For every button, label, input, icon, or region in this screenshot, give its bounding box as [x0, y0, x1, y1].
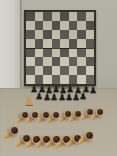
board-square: [60, 57, 69, 66]
wall-left-strip: [0, 0, 20, 89]
board-square: [77, 30, 86, 39]
board-square: [77, 21, 86, 30]
board-square: [77, 75, 86, 84]
board-square: [52, 39, 61, 48]
board-square: [52, 66, 61, 75]
wood-piece-felt-base: [52, 111, 60, 119]
board-square: [26, 12, 35, 21]
wood-piece-felt-base: [64, 110, 72, 118]
wall-corner-line: [20, 0, 22, 89]
board-square: [86, 12, 95, 21]
board-square: [35, 66, 44, 75]
board-square: [35, 48, 44, 57]
board-square: [26, 66, 35, 75]
board-square: [69, 21, 78, 30]
board-square: [86, 30, 95, 39]
wood-piece-felt-base: [96, 108, 104, 116]
black-chess-piece: ♟: [79, 92, 87, 101]
board-square: [77, 12, 86, 21]
board-square: [60, 75, 69, 84]
board-square: [52, 12, 61, 21]
board-square: [77, 66, 86, 75]
board-square: [43, 75, 52, 84]
wood-piece-felt-base: [31, 111, 39, 119]
board-square: [35, 57, 44, 66]
board-square: [52, 48, 61, 57]
board-square: [35, 39, 44, 48]
wood-piece-felt-base: [21, 111, 29, 119]
board-square: [77, 57, 86, 66]
board-square: [43, 66, 52, 75]
board-square: [35, 30, 44, 39]
board-square: [26, 39, 35, 48]
board-square: [35, 75, 44, 84]
board-square: [52, 75, 61, 84]
board-square: [43, 39, 52, 48]
black-chess-piece: ♟: [89, 86, 97, 95]
board-square: [86, 75, 95, 84]
white-pawn-standing: ♟: [24, 95, 35, 107]
board-square: [69, 48, 78, 57]
wood-piece-felt-base: [42, 111, 50, 119]
board-square: [86, 21, 95, 30]
board-square: [60, 66, 69, 75]
board-square: [69, 39, 78, 48]
board-square: [69, 75, 78, 84]
board-square: [60, 30, 69, 39]
board-square: [26, 48, 35, 57]
wood-piece-felt-base: [85, 131, 94, 140]
board-square: [26, 57, 35, 66]
board-square: [43, 12, 52, 21]
board-square: [69, 57, 78, 66]
board-square: [52, 57, 61, 66]
board-square: [43, 48, 52, 57]
board-square: [60, 21, 69, 30]
board-square: [43, 21, 52, 30]
board-square: [86, 39, 95, 48]
board-square: [60, 12, 69, 21]
board-square: [35, 12, 44, 21]
board-square: [86, 57, 95, 66]
black-chess-piece: ♟: [50, 93, 58, 102]
board-square: [77, 48, 86, 57]
chess-board: [24, 10, 96, 86]
board-square: [69, 30, 78, 39]
board-square: [86, 48, 95, 57]
wood-piece-felt-base: [10, 126, 19, 135]
board-square: [52, 30, 61, 39]
chess-set-photo: ♟♟♟♟♟♟♟♟♟♟♟♟♟♟♟♟♟: [0, 0, 117, 156]
board-square: [77, 39, 86, 48]
board-square: [26, 75, 35, 84]
wood-piece-felt-base: [74, 110, 82, 118]
board-square: [26, 30, 35, 39]
board-square: [52, 21, 61, 30]
board-square: [69, 12, 78, 21]
board-square: [60, 39, 69, 48]
wood-piece-felt-base: [86, 108, 94, 116]
board-square: [43, 57, 52, 66]
board-square: [69, 66, 78, 75]
board-square: [43, 30, 52, 39]
board-square: [26, 21, 35, 30]
board-square: [86, 66, 95, 75]
board-fold-hinge: [26, 48, 94, 49]
board-square: [60, 48, 69, 57]
black-chess-piece: ♟: [35, 92, 43, 101]
board-square: [35, 21, 44, 30]
